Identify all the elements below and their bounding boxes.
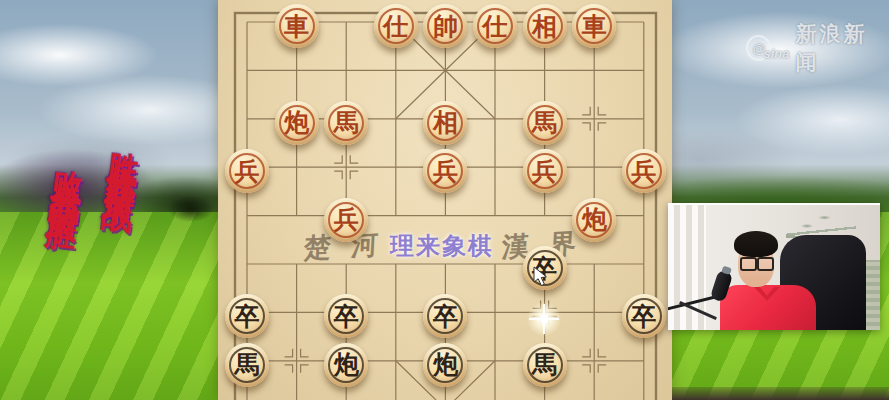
video-frame: 胜兵先胜而后求战 败兵先战而后求胜 楚河 漢界 理来象棋 車仕帥仕相車炮馬相馬兵… [0,0,889,400]
red-soldier-piece[interactable]: 兵 [523,149,567,193]
black-horse-piece[interactable]: 馬 [523,343,567,387]
calligraphy-quote-left-column: 败兵先战而后求胜 [45,144,94,205]
black-cannon-piece[interactable]: 炮 [423,343,467,387]
presenter-red-shirt [720,285,816,330]
red-horse-piece[interactable]: 馬 [324,101,368,145]
red-advisor-piece[interactable]: 仕 [473,4,517,48]
black-cannon-piece[interactable]: 炮 [324,343,368,387]
move-from-highlight [526,301,562,337]
red-horse-piece[interactable]: 馬 [523,101,567,145]
black-soldier-piece[interactable]: 卒 [622,294,666,338]
sina-news-watermark: @ sina 新浪新闻 [746,20,889,76]
glasses [740,257,774,268]
red-cannon-piece[interactable]: 炮 [275,101,319,145]
calligraphy-quote-right-column: 胜兵先胜而后求战 [101,126,150,187]
bottom-dark-strip [668,387,889,400]
red-chariot-piece[interactable]: 車 [572,4,616,48]
red-elephant-piece[interactable]: 相 [523,4,567,48]
red-advisor-piece[interactable]: 仕 [374,4,418,48]
webcam-overlay [668,203,880,330]
red-cannon-piece[interactable]: 炮 [572,198,616,242]
red-soldier-piece[interactable]: 兵 [225,149,269,193]
mouse-cursor [533,266,549,288]
app-watermark: 理来象棋 [390,230,494,262]
red-soldier-piece[interactable]: 兵 [324,198,368,242]
red-elephant-piece[interactable]: 相 [423,101,467,145]
xiangqi-board[interactable]: 楚河 漢界 理来象棋 車仕帥仕相車炮馬相馬兵兵兵兵兵炮卒卒卒卒卒馬炮炮馬 [218,0,672,400]
red-soldier-piece[interactable]: 兵 [622,149,666,193]
presenter-hair [734,231,778,257]
red-chariot-piece[interactable]: 車 [275,4,319,48]
tree-silhouette [168,196,214,222]
sina-brand-text: sina [763,46,789,61]
black-horse-piece[interactable]: 馬 [225,343,269,387]
sina-news-title: 新浪新闻 [795,20,889,76]
